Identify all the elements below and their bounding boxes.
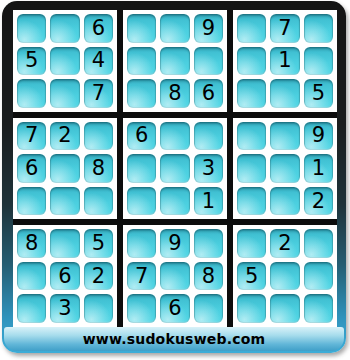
cell-r2c9[interactable] (304, 47, 333, 76)
cell-r5c9[interactable]: 1 (304, 154, 333, 183)
cell-r9c3[interactable] (84, 294, 113, 323)
cell-r2c3[interactable]: 4 (84, 47, 113, 76)
cell-r8c6[interactable]: 8 (194, 262, 223, 291)
cell-r2c4[interactable] (127, 47, 156, 76)
box-3-2: 9786 (123, 225, 227, 327)
cell-r9c2[interactable]: 3 (50, 294, 79, 323)
cell-r5c8[interactable] (270, 154, 299, 183)
cell-r6c3[interactable] (84, 187, 113, 216)
cell-r4c6[interactable] (194, 122, 223, 151)
cell-r9c8[interactable] (270, 294, 299, 323)
cell-r7c4[interactable] (127, 229, 156, 258)
site-footer: www.sudokusweb.com (4, 327, 344, 351)
cell-r9c7[interactable] (237, 294, 266, 323)
cell-r3c5[interactable]: 8 (160, 79, 189, 108)
box-2-1: 7268 (13, 118, 117, 220)
cell-r6c1[interactable] (17, 187, 46, 216)
cell-r8c4[interactable]: 7 (127, 262, 156, 291)
cell-r4c2[interactable]: 2 (50, 122, 79, 151)
cell-r6c8[interactable] (270, 187, 299, 216)
box-1-3: 715 (233, 10, 337, 112)
cell-r4c5[interactable] (160, 122, 189, 151)
cell-r6c6[interactable]: 1 (194, 187, 223, 216)
cell-r5c7[interactable] (237, 154, 266, 183)
box-3-1: 85623 (13, 225, 117, 327)
cell-r4c3[interactable] (84, 122, 113, 151)
cell-r8c2[interactable]: 6 (50, 262, 79, 291)
cell-r1c5[interactable] (160, 14, 189, 43)
board-frame: 6547986715726863191285623978625 www.sudo… (2, 1, 346, 353)
cell-r4c9[interactable]: 9 (304, 122, 333, 151)
cell-r1c6[interactable]: 9 (194, 14, 223, 43)
cell-r7c8[interactable]: 2 (270, 229, 299, 258)
cell-r7c6[interactable] (194, 229, 223, 258)
cell-r9c5[interactable]: 6 (160, 294, 189, 323)
box-2-2: 631 (123, 118, 227, 220)
cell-r4c1[interactable]: 7 (17, 122, 46, 151)
cell-r6c9[interactable]: 2 (304, 187, 333, 216)
sudoku-board-image: 6547986715726863191285623978625 www.sudo… (0, 0, 350, 360)
cell-r3c1[interactable] (17, 79, 46, 108)
cell-r1c1[interactable] (17, 14, 46, 43)
box-1-1: 6547 (13, 10, 117, 112)
cell-r9c4[interactable] (127, 294, 156, 323)
cell-r1c7[interactable] (237, 14, 266, 43)
cell-r1c8[interactable]: 7 (270, 14, 299, 43)
cell-r8c5[interactable] (160, 262, 189, 291)
cell-r4c7[interactable] (237, 122, 266, 151)
box-3-3: 25 (233, 225, 337, 327)
cell-r5c3[interactable]: 8 (84, 154, 113, 183)
cell-r5c2[interactable] (50, 154, 79, 183)
cell-r3c2[interactable] (50, 79, 79, 108)
cell-r3c6[interactable]: 6 (194, 79, 223, 108)
cell-r9c9[interactable] (304, 294, 333, 323)
cell-r3c3[interactable]: 7 (84, 79, 113, 108)
cell-r6c5[interactable] (160, 187, 189, 216)
cell-r5c6[interactable]: 3 (194, 154, 223, 183)
cell-r6c4[interactable] (127, 187, 156, 216)
cell-r7c5[interactable]: 9 (160, 229, 189, 258)
cell-r9c6[interactable] (194, 294, 223, 323)
cell-r8c8[interactable] (270, 262, 299, 291)
cell-r8c1[interactable] (17, 262, 46, 291)
cell-r7c3[interactable]: 5 (84, 229, 113, 258)
cell-r1c2[interactable] (50, 14, 79, 43)
cell-r7c7[interactable] (237, 229, 266, 258)
cell-r9c1[interactable] (17, 294, 46, 323)
sudoku-grid: 6547986715726863191285623978625 (13, 10, 337, 327)
cell-r3c4[interactable] (127, 79, 156, 108)
cell-r8c7[interactable]: 5 (237, 262, 266, 291)
cell-r1c3[interactable]: 6 (84, 14, 113, 43)
cell-r6c7[interactable] (237, 187, 266, 216)
cell-r1c4[interactable] (127, 14, 156, 43)
cell-r7c2[interactable] (50, 229, 79, 258)
cell-r6c2[interactable] (50, 187, 79, 216)
cell-r7c9[interactable] (304, 229, 333, 258)
box-1-2: 986 (123, 10, 227, 112)
cell-r8c9[interactable] (304, 262, 333, 291)
box-2-3: 912 (233, 118, 337, 220)
cell-r5c5[interactable] (160, 154, 189, 183)
site-url[interactable]: www.sudokusweb.com (83, 331, 266, 347)
cell-r2c6[interactable] (194, 47, 223, 76)
cell-r2c1[interactable]: 5 (17, 47, 46, 76)
cell-r5c1[interactable]: 6 (17, 154, 46, 183)
cell-r7c1[interactable]: 8 (17, 229, 46, 258)
cell-r4c4[interactable]: 6 (127, 122, 156, 151)
cell-r3c7[interactable] (237, 79, 266, 108)
cell-r5c4[interactable] (127, 154, 156, 183)
cell-r2c5[interactable] (160, 47, 189, 76)
cell-r2c7[interactable] (237, 47, 266, 76)
cell-r2c8[interactable]: 1 (270, 47, 299, 76)
cell-r2c2[interactable] (50, 47, 79, 76)
cell-r1c9[interactable] (304, 14, 333, 43)
cell-r3c9[interactable]: 5 (304, 79, 333, 108)
cell-r3c8[interactable] (270, 79, 299, 108)
cell-r4c8[interactable] (270, 122, 299, 151)
cell-r8c3[interactable]: 2 (84, 262, 113, 291)
